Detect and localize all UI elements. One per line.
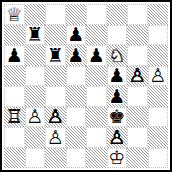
square-f8[interactable] [107,4,128,25]
square-b5[interactable] [25,66,46,87]
square-a2[interactable] [4,127,25,148]
black-pawn-piece: ♟ [67,25,84,44]
square-d5[interactable] [66,66,87,87]
square-g8[interactable] [127,4,148,25]
white-king-piece: ♚♔ [108,148,125,167]
square-f6[interactable]: ♞♘ [107,45,128,66]
square-b7[interactable]: ♜ [25,25,46,46]
square-h8[interactable] [148,4,169,25]
square-h7[interactable] [148,25,169,46]
square-d1[interactable] [66,148,87,169]
square-h3[interactable] [148,107,169,128]
square-e8[interactable] [86,4,107,25]
square-d4[interactable] [66,86,87,107]
square-d8[interactable] [66,4,87,25]
square-b6[interactable] [25,45,46,66]
square-e7[interactable] [86,25,107,46]
square-f1[interactable]: ♚♔ [107,148,128,169]
square-c2[interactable]: ♟♙ [45,127,66,148]
square-h4[interactable] [148,86,169,107]
square-g3[interactable] [127,107,148,128]
square-e3[interactable] [86,107,107,128]
square-c1[interactable] [45,148,66,169]
square-d7[interactable]: ♟ [66,25,87,46]
square-g2[interactable] [127,127,148,148]
square-b4[interactable] [25,86,46,107]
white-knight-piece: ♞♘ [108,46,125,65]
square-h1[interactable] [148,148,169,169]
square-b8[interactable] [25,4,46,25]
square-f3[interactable]: ♚ [107,107,128,128]
square-e4[interactable] [86,86,107,107]
square-b1[interactable] [25,148,46,169]
square-a7[interactable] [4,25,25,46]
square-e1[interactable] [86,148,107,169]
white-pawn-piece: ♟♙ [149,66,166,85]
square-e6[interactable]: ♟ [86,45,107,66]
black-rook-piece: ♜ [47,46,64,65]
square-h6[interactable] [148,45,169,66]
square-c3[interactable]: ♟♙ [45,107,66,128]
square-b2[interactable] [25,127,46,148]
white-rook-piece: ♜♖ [6,107,23,126]
black-king-piece: ♚ [108,107,125,126]
square-h5[interactable]: ♟♙ [148,66,169,87]
white-pawn-piece: ♟♙ [26,107,43,126]
square-c8[interactable] [45,4,66,25]
black-rook-piece: ♜ [26,25,43,44]
square-g4[interactable] [127,86,148,107]
square-d2[interactable] [66,127,87,148]
black-pawn-piece: ♟ [6,46,23,65]
square-a8[interactable]: ♛♕ [4,4,25,25]
chess-board-frame: ♛♕♜♟♟♜♟♟♞♘♟♟♙♟♙♟♜♖♟♙♟♙♚♟♙♟♙♚♔ [0,0,172,172]
black-pawn-piece: ♟ [67,46,84,65]
square-g5[interactable]: ♟♙ [127,66,148,87]
square-c4[interactable] [45,86,66,107]
white-pawn-piece: ♟♙ [108,128,125,147]
white-queen-piece: ♛♕ [6,5,23,24]
square-a6[interactable]: ♟ [4,45,25,66]
square-f7[interactable] [107,25,128,46]
square-e5[interactable] [86,66,107,87]
black-pawn-piece: ♟ [88,46,105,65]
square-c6[interactable]: ♜ [45,45,66,66]
square-a3[interactable]: ♜♖ [4,107,25,128]
square-e2[interactable] [86,127,107,148]
square-d3[interactable] [66,107,87,128]
square-g1[interactable] [127,148,148,169]
square-c7[interactable] [45,25,66,46]
square-f2[interactable]: ♟♙ [107,127,128,148]
square-g6[interactable] [127,45,148,66]
square-f5[interactable]: ♟ [107,66,128,87]
white-pawn-piece: ♟♙ [47,107,64,126]
chess-board: ♛♕♜♟♟♜♟♟♞♘♟♟♙♟♙♟♜♖♟♙♟♙♚♟♙♟♙♚♔ [4,4,168,168]
square-g7[interactable] [127,25,148,46]
square-f4[interactable]: ♟ [107,86,128,107]
square-h2[interactable] [148,127,169,148]
square-c5[interactable] [45,66,66,87]
square-a5[interactable] [4,66,25,87]
white-pawn-piece: ♟♙ [47,128,64,147]
square-a4[interactable] [4,86,25,107]
square-d6[interactable]: ♟ [66,45,87,66]
black-pawn-piece: ♟ [108,87,125,106]
square-b3[interactable]: ♟♙ [25,107,46,128]
black-pawn-piece: ♟ [108,66,125,85]
square-a1[interactable] [4,148,25,169]
white-pawn-piece: ♟♙ [129,66,146,85]
